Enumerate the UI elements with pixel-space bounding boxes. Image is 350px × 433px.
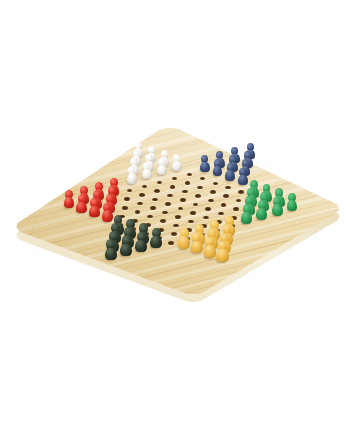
hole[interactable] xyxy=(139,193,145,197)
hole[interactable] xyxy=(180,198,186,202)
hole[interactable] xyxy=(150,206,156,210)
peg-red[interactable] xyxy=(76,194,87,213)
hole[interactable] xyxy=(195,194,201,198)
peg-base xyxy=(225,170,235,180)
peg-base xyxy=(64,197,75,208)
hole[interactable] xyxy=(213,182,219,186)
peg-base xyxy=(241,212,252,224)
peg-yellow[interactable] xyxy=(191,232,203,253)
peg-base xyxy=(178,236,190,248)
peg-dark-green[interactable] xyxy=(105,239,117,260)
hole[interactable] xyxy=(190,211,196,215)
peg-base xyxy=(89,206,100,218)
peg-green[interactable] xyxy=(287,193,298,212)
hole[interactable] xyxy=(154,189,160,193)
hole[interactable] xyxy=(165,202,171,206)
peg-blue[interactable] xyxy=(238,168,248,186)
peg-red[interactable] xyxy=(64,190,75,209)
peg-white[interactable] xyxy=(142,162,152,179)
peg-base xyxy=(213,166,223,176)
peg-base xyxy=(200,162,210,172)
hole[interactable] xyxy=(175,215,181,219)
peg-green[interactable] xyxy=(256,200,267,219)
hole[interactable] xyxy=(210,190,216,194)
hole[interactable] xyxy=(185,181,191,185)
peg-white[interactable] xyxy=(127,166,137,184)
hole[interactable] xyxy=(205,207,211,211)
chinese-checkers-board-photo xyxy=(0,0,350,433)
peg-base xyxy=(238,175,248,186)
peg-dark-green[interactable] xyxy=(135,232,147,253)
peg-base xyxy=(191,241,203,254)
peg-blue[interactable] xyxy=(200,155,210,172)
peg-base xyxy=(135,240,147,252)
peg-white[interactable] xyxy=(157,158,167,175)
hole[interactable] xyxy=(124,197,130,201)
hole[interactable] xyxy=(182,190,188,194)
hole[interactable] xyxy=(223,194,229,198)
peg-green[interactable] xyxy=(241,204,252,224)
peg-blue[interactable] xyxy=(225,163,235,180)
peg-base xyxy=(127,173,137,184)
peg-base xyxy=(272,204,283,215)
peg-base xyxy=(204,245,216,258)
peg-base xyxy=(150,236,162,248)
hole[interactable] xyxy=(170,185,176,189)
hole[interactable] xyxy=(208,199,214,203)
peg-base xyxy=(216,249,228,262)
hole[interactable] xyxy=(122,206,128,210)
peg-base xyxy=(256,208,267,220)
peg-base xyxy=(105,248,117,261)
hole[interactable] xyxy=(171,232,177,236)
peg-green[interactable] xyxy=(272,197,283,216)
hole[interactable] xyxy=(221,203,227,207)
hole[interactable] xyxy=(197,186,203,190)
peg-dark-green[interactable] xyxy=(150,228,162,249)
hole[interactable] xyxy=(218,212,224,216)
peg-base xyxy=(172,161,182,171)
peg-yellow[interactable] xyxy=(204,237,216,258)
peg-base xyxy=(120,244,132,257)
hole[interactable] xyxy=(168,241,174,245)
hole[interactable] xyxy=(238,190,244,194)
peg-red[interactable] xyxy=(89,198,100,217)
peg-yellow[interactable] xyxy=(178,228,190,249)
peg-base xyxy=(287,200,298,211)
peg-white[interactable] xyxy=(172,154,182,171)
peg-base xyxy=(142,169,152,179)
peg-base xyxy=(76,202,87,213)
peg-blue[interactable] xyxy=(213,159,223,176)
peg-dark-green[interactable] xyxy=(120,235,132,256)
peg-base xyxy=(157,165,167,175)
peg-yellow[interactable] xyxy=(216,241,228,262)
